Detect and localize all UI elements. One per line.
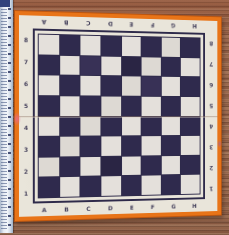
square-g2[interactable] [162,156,181,175]
square-c1[interactable] [81,177,101,197]
ruler [0,0,13,233]
square-h2[interactable] [181,155,199,174]
square-b2[interactable] [60,157,80,177]
table-surface: ABCDEFGH 87654321 87654321 ABCDEFGH [0,0,229,235]
square-e4[interactable] [122,116,141,135]
square-g6[interactable] [162,77,181,96]
chessboard: ABCDEFGH 87654321 87654321 ABCDEFGH [14,10,222,222]
rank-label-left-8: 8 [24,36,28,43]
rank-label-left-6: 6 [24,80,28,87]
square-f5[interactable] [142,97,161,116]
ruler-end-cap [0,0,10,7]
square-g7[interactable] [162,57,181,76]
square-a4[interactable] [39,116,59,135]
rank-label-right-1: 1 [209,185,213,192]
rank-label-left-7: 7 [24,58,28,65]
square-f3[interactable] [142,136,161,155]
square-a6[interactable] [39,76,59,96]
square-d6[interactable] [101,76,120,95]
rank-label-right-6: 6 [209,82,213,89]
rank-label-right-7: 7 [209,61,213,68]
rank-label-left-5: 5 [24,102,28,109]
square-h6[interactable] [181,77,199,96]
square-c8[interactable] [81,36,101,56]
square-a1[interactable] [39,178,59,198]
file-label-top-g: G [171,22,175,29]
square-f8[interactable] [142,37,161,56]
square-g3[interactable] [162,136,181,155]
square-e7[interactable] [122,57,141,76]
square-f6[interactable] [142,77,161,96]
rank-labels-left: 87654321 [19,28,33,204]
file-label-bottom-b: B [64,206,68,213]
square-c5[interactable] [81,96,101,115]
square-b1[interactable] [60,177,80,197]
square-a3[interactable] [39,137,59,157]
square-a7[interactable] [39,55,59,75]
file-label-bottom-c: C [86,205,90,212]
square-c3[interactable] [81,137,101,156]
square-d3[interactable] [101,136,120,155]
rank-label-left-1: 1 [24,189,28,196]
square-e6[interactable] [122,77,141,96]
square-h3[interactable] [181,136,199,155]
rank-label-right-2: 2 [209,165,213,172]
square-a8[interactable] [39,35,59,55]
square-a5[interactable] [39,96,59,115]
board-frame [33,28,205,203]
rank-label-right-4: 4 [209,123,213,130]
rank-label-right-8: 8 [209,40,213,47]
square-b5[interactable] [60,96,80,115]
square-c4[interactable] [81,116,101,135]
square-d7[interactable] [101,56,120,75]
file-label-top-a: A [42,19,47,26]
square-g5[interactable] [162,97,181,116]
file-label-bottom-e: E [130,204,134,211]
square-f2[interactable] [142,156,161,175]
file-label-top-f: F [151,22,155,29]
rank-label-left-4: 4 [24,123,28,130]
square-b4[interactable] [60,116,80,135]
file-label-top-c: C [86,20,90,27]
square-f7[interactable] [142,57,161,76]
file-label-bottom-f: F [151,203,155,210]
square-e8[interactable] [122,37,141,56]
square-d4[interactable] [101,116,120,135]
square-d2[interactable] [101,156,120,175]
square-d5[interactable] [101,96,120,115]
square-b6[interactable] [60,76,80,95]
square-c2[interactable] [81,157,101,176]
square-b3[interactable] [60,137,80,156]
file-label-bottom-g: G [171,203,175,210]
pink-smudge [13,112,21,126]
square-h5[interactable] [181,97,199,116]
square-e1[interactable] [122,176,141,195]
square-f4[interactable] [142,116,161,135]
square-h7[interactable] [181,58,199,77]
file-label-bottom-d: D [108,204,113,211]
square-a2[interactable] [39,157,59,177]
rank-label-left-2: 2 [24,167,28,174]
square-e2[interactable] [122,156,141,175]
square-h4[interactable] [181,116,199,135]
square-f1[interactable] [142,176,161,195]
square-g4[interactable] [162,116,181,135]
square-d8[interactable] [101,36,120,55]
file-label-bottom-a: A [42,206,47,213]
square-g8[interactable] [162,38,181,57]
square-b8[interactable] [60,35,80,55]
file-label-top-b: B [64,19,68,26]
square-e3[interactable] [122,136,141,155]
file-label-top-e: E [130,21,134,28]
board-mat: ABCDEFGH 87654321 87654321 ABCDEFGH [19,15,217,217]
square-d1[interactable] [101,176,120,195]
square-e5[interactable] [122,97,141,116]
board-grid [38,34,201,199]
rank-labels-right: 87654321 [205,33,217,199]
square-b7[interactable] [60,55,80,75]
rank-label-right-3: 3 [209,144,213,151]
file-label-top-d: D [108,21,113,28]
square-h8[interactable] [181,38,199,57]
square-c7[interactable] [81,56,101,75]
square-h1[interactable] [181,175,199,194]
purple-smudge [217,140,221,148]
square-c6[interactable] [81,76,101,95]
rank-label-right-5: 5 [209,102,213,109]
file-label-top-h: H [192,23,196,30]
square-g1[interactable] [162,175,181,194]
file-label-bottom-h: H [192,202,196,209]
rank-label-left-3: 3 [24,145,28,152]
